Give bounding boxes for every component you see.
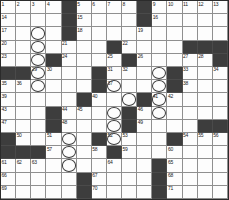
cell-r3c2[interactable] [16,27,31,40]
cell-number: 18 [77,27,82,33]
cell-r13c5[interactable] [62,159,77,172]
cell-r1c9[interactable]: 8 [122,1,137,14]
cell-r10c15 [213,120,228,133]
cell-r8c15[interactable] [213,93,228,106]
cell-r14c6 [77,173,92,186]
cell-number: 6 [92,1,94,7]
cell-number: 65 [168,159,173,165]
cell-r2c3[interactable] [31,14,46,27]
cell-r2c1[interactable]: 14 [1,14,16,27]
cell-number: 66 [2,172,7,178]
cell-r4c10[interactable] [137,41,152,54]
cell-r4c5[interactable]: 21 [62,41,77,54]
cell-r9c11[interactable] [152,107,167,120]
cell-r15c10[interactable] [137,186,152,199]
cell-r5c7[interactable] [92,54,107,67]
cell-number: 20 [2,40,7,46]
cell-r11c8[interactable]: 52 [107,133,122,146]
cell-number: 34 [213,66,218,72]
cell-number: 64 [107,159,112,165]
cell-r11c7 [92,133,107,146]
cell-r8c5[interactable] [62,93,77,106]
cell-r14c1[interactable]: 66 [1,173,16,186]
cell-number: 37 [107,80,112,86]
cell-r8c1[interactable]: 39 [1,93,16,106]
circle-marker [31,67,45,79]
cell-number: 42 [168,93,173,99]
cell-r13c6[interactable] [77,159,92,172]
cell-r14c3[interactable] [31,173,46,186]
cell-number: 67 [92,172,97,178]
cell-r1c6[interactable]: 5 [77,1,92,14]
cell-number: 32 [123,66,128,72]
cell-r13c2[interactable]: 62 [16,159,31,172]
cell-r11c2[interactable]: 50 [16,133,31,146]
cell-r4c9[interactable]: 22 [122,41,137,54]
cell-r12c15[interactable] [213,146,228,159]
cell-r7c11[interactable] [152,80,167,93]
cell-r15c5[interactable] [62,186,77,199]
circle-marker [152,80,166,92]
cell-number: 50 [17,132,22,138]
cell-r4c14 [198,41,213,54]
cell-r9c5[interactable]: 44 [62,107,77,120]
cell-r2c4[interactable] [46,14,61,27]
cell-r15c2[interactable] [16,186,31,199]
cell-number: 4 [47,1,49,7]
cell-r1c10 [137,1,152,14]
cell-r8c9[interactable] [122,93,137,106]
cell-r9c2[interactable] [16,107,31,120]
cell-r9c10[interactable]: 46 [137,107,152,120]
cell-r3c5 [62,27,77,40]
cell-r1c3[interactable]: 3 [31,1,46,14]
cell-number: 11 [183,1,188,7]
circle-marker [107,107,121,119]
cell-r12c5[interactable] [62,146,77,159]
cell-r2c2[interactable] [16,14,31,27]
cell-r15c15[interactable] [213,186,228,199]
cell-r15c7[interactable]: 70 [92,186,107,199]
cell-number: 46 [138,106,143,112]
cell-r7c10[interactable] [137,80,152,93]
cell-number: 5 [77,1,79,7]
cell-r15c4[interactable] [46,186,61,199]
cell-r2c11[interactable]: 16 [152,14,167,27]
cell-r14c12[interactable]: 68 [167,173,182,186]
cell-r15c11 [152,186,167,199]
cell-number: 54 [183,132,188,138]
cell-r11c4[interactable]: 51 [46,133,61,146]
cell-number: 48 [62,119,67,125]
circle-marker [152,67,166,79]
cell-r1c5 [62,1,77,14]
cell-r7c6[interactable] [77,80,92,93]
cell-r15c12[interactable]: 71 [167,186,182,199]
cell-r7c9[interactable] [122,80,137,93]
cell-r2c5 [62,14,77,27]
cell-number: 26 [138,53,143,59]
cell-r3c11[interactable] [152,27,167,40]
cell-r6c13[interactable]: 33 [183,67,198,80]
crossword-grid: 1234567891011121314151617181920212223242… [0,0,229,200]
cell-r14c13[interactable] [183,173,198,186]
cell-r6c4[interactable]: 30 [46,67,61,80]
cell-r2c12[interactable] [167,14,182,27]
cell-r5c10[interactable]: 26 [137,54,152,67]
cell-r12c8 [107,146,122,159]
cell-number: 12 [198,1,203,7]
cell-number: 53 [123,132,128,138]
circle-marker [107,120,121,132]
cell-r2c7[interactable] [92,14,107,27]
cell-r15c3[interactable] [31,186,46,199]
cell-number: 19 [138,27,143,33]
cell-r6c8[interactable]: 31 [107,67,122,80]
cell-r2c8[interactable] [107,14,122,27]
cell-r8c2[interactable] [16,93,31,106]
cell-r5c3[interactable] [31,54,46,67]
cell-r14c8[interactable] [107,173,122,186]
cell-r3c12[interactable] [167,27,182,40]
cell-r8c8[interactable] [107,93,122,106]
cell-r14c9[interactable] [122,173,137,186]
cell-r10c9 [122,120,137,133]
cell-r7c4[interactable] [46,80,61,93]
cell-r5c2[interactable] [16,54,31,67]
cell-number: 33 [183,66,188,72]
cell-number: 25 [107,53,112,59]
cell-r2c15[interactable] [213,14,228,27]
cell-r8c7[interactable]: 40 [92,93,107,106]
cell-r7c7 [92,80,107,93]
cell-r1c4[interactable]: 4 [46,1,61,14]
cell-r11c11[interactable] [152,133,167,146]
cell-r11c6[interactable] [77,133,92,146]
cell-r9c8[interactable] [107,107,122,120]
cell-number: 52 [107,132,112,138]
cell-number: 71 [168,185,173,191]
cell-r3c14[interactable] [198,27,213,40]
cell-number: 62 [17,159,22,165]
cell-r4c12[interactable] [167,41,182,54]
cell-r13c7[interactable] [92,159,107,172]
cell-r7c13[interactable]: 38 [183,80,198,93]
cell-r10c12[interactable] [167,120,182,133]
cell-r12c9[interactable]: 59 [122,146,137,159]
cell-r8c11[interactable]: 41 [152,93,167,106]
cell-r9c14[interactable] [198,107,213,120]
cell-r12c14[interactable] [198,146,213,159]
cell-r7c1[interactable]: 35 [1,80,16,93]
cell-r11c12 [167,133,182,146]
cell-r3c1[interactable]: 17 [1,27,16,40]
cell-r11c10[interactable] [137,133,152,146]
cell-r10c6[interactable] [77,120,92,133]
cell-number: 68 [168,172,173,178]
cell-r10c10[interactable]: 49 [137,120,152,133]
cell-r6c7 [92,67,107,80]
cell-number: 14 [2,14,7,20]
cell-number: 45 [77,106,82,112]
cell-r6c10[interactable] [137,67,152,80]
cell-r8c14[interactable] [198,93,213,106]
circle-marker [31,41,45,53]
cell-r8c10 [137,93,152,106]
cell-r8c12[interactable]: 42 [167,93,182,106]
cell-r10c4 [46,120,61,133]
cell-r4c3[interactable] [31,41,46,54]
cell-number: 69 [2,185,7,191]
cell-number: 49 [138,119,143,125]
circle-marker [107,133,121,145]
cell-r13c4[interactable] [46,159,61,172]
cell-r12c12[interactable]: 60 [167,146,182,159]
cell-r1c12[interactable]: 10 [167,1,182,14]
cell-r5c8[interactable]: 25 [107,54,122,67]
cell-r14c4[interactable] [46,173,61,186]
cell-number: 61 [2,159,7,165]
cell-number: 28 [198,53,203,59]
cell-r10c5[interactable]: 48 [62,120,77,133]
cell-number: 36 [17,80,22,86]
cell-r4c2[interactable] [16,41,31,54]
cell-r6c5[interactable] [62,67,77,80]
circle-marker [62,146,76,158]
cell-r9c7[interactable] [92,107,107,120]
cell-number: 23 [2,53,7,59]
cell-r12c6[interactable] [77,146,92,159]
cell-number: 39 [2,93,7,99]
cell-r7c14[interactable] [198,80,213,93]
cell-r4c6[interactable] [77,41,92,54]
cell-number: 17 [2,27,7,33]
cell-r10c7[interactable] [92,120,107,133]
cell-number: 27 [183,53,188,59]
cell-r15c1[interactable]: 69 [1,186,16,199]
cell-number: 70 [92,185,97,191]
cell-r5c15 [213,54,228,67]
cell-r6c6[interactable] [77,67,92,80]
cell-r5c13[interactable]: 27 [183,54,198,67]
cell-r15c13[interactable] [183,186,198,199]
cell-r6c1 [1,67,16,80]
cell-r5c4 [46,54,61,67]
cell-r6c11[interactable] [152,67,167,80]
cell-r4c1[interactable]: 20 [1,41,16,54]
cell-number: 9 [153,1,155,7]
circle-marker [152,93,166,105]
cell-number: 47 [2,119,7,125]
cell-r13c9[interactable] [122,159,137,172]
cell-number: 21 [62,40,67,46]
cell-r1c14[interactable]: 12 [198,1,213,14]
cell-r8c13[interactable] [183,93,198,106]
cell-r13c12[interactable]: 65 [167,159,182,172]
cell-number: 7 [107,1,109,7]
cell-r4c8 [107,41,122,54]
cell-r2c10 [137,14,152,27]
cell-r10c2[interactable] [16,120,31,133]
cell-r5c12[interactable] [167,54,182,67]
cell-r13c14[interactable] [198,159,213,172]
circle-marker [31,80,45,92]
cell-r8c6 [77,93,92,106]
cell-number: 16 [153,14,158,20]
cell-r1c2[interactable]: 2 [16,1,31,14]
cell-r3c13[interactable] [183,27,198,40]
cell-r13c8[interactable]: 64 [107,159,122,172]
cell-r3c3[interactable] [31,27,46,40]
cell-r6c14[interactable] [198,67,213,80]
cell-r5c11[interactable] [152,54,167,67]
cell-r11c9[interactable]: 53 [122,133,137,146]
cell-r2c14[interactable] [198,14,213,27]
cell-r14c2[interactable] [16,173,31,186]
cell-number: 22 [123,40,128,46]
cell-r12c7[interactable]: 58 [92,146,107,159]
cell-r1c13[interactable]: 11 [183,1,198,14]
cell-r11c14[interactable]: 55 [198,133,213,146]
cell-r2c6[interactable]: 15 [77,14,92,27]
cell-r13c15[interactable] [213,159,228,172]
cell-r7c2[interactable]: 36 [16,80,31,93]
cell-r8c3[interactable] [31,93,46,106]
cell-r4c11[interactable] [152,41,167,54]
cell-r12c1 [1,146,16,159]
cell-number: 29 [32,66,37,72]
cell-r6c9[interactable]: 32 [122,67,137,80]
cell-r9c1[interactable]: 43 [1,107,16,120]
cell-r9c6[interactable]: 45 [77,107,92,120]
cell-r4c7[interactable] [92,41,107,54]
cell-r3c7[interactable] [92,27,107,40]
cell-number: 38 [183,80,188,86]
cell-r9c3[interactable] [31,107,46,120]
cell-r10c11[interactable] [152,120,167,133]
cell-r4c4[interactable] [46,41,61,54]
cell-r1c8[interactable]: 7 [107,1,122,14]
cell-number: 57 [47,146,52,152]
cell-r9c9 [122,107,137,120]
cell-r10c14 [198,120,213,133]
circle-marker [62,159,76,171]
cell-r8c4[interactable] [46,93,61,106]
cell-r14c7[interactable]: 67 [92,173,107,186]
cell-number: 15 [77,14,82,20]
cell-r12c11[interactable] [152,146,167,159]
cell-number: 60 [168,146,173,152]
cell-r10c13[interactable] [183,120,198,133]
cell-r1c7[interactable]: 6 [92,1,107,14]
cell-r14c10[interactable] [137,173,152,186]
cell-number: 2 [17,1,19,7]
cell-r7c8[interactable]: 37 [107,80,122,93]
cell-r3c9[interactable] [122,27,137,40]
cell-r2c9[interactable] [122,14,137,27]
cell-number: 35 [2,80,7,86]
circle-marker [62,133,76,145]
cell-r3c4[interactable] [46,27,61,40]
cell-r15c14[interactable] [198,186,213,199]
cell-r11c15[interactable]: 56 [213,133,228,146]
cell-r1c11[interactable]: 9 [152,1,167,14]
circle-marker [107,80,121,92]
cell-r11c3[interactable] [31,133,46,146]
cell-r4c13 [183,41,198,54]
cell-r7c3[interactable] [31,80,46,93]
cell-r7c5[interactable] [62,80,77,93]
cell-r3c15[interactable] [213,27,228,40]
cell-r12c4[interactable]: 57 [46,146,61,159]
cell-number: 55 [198,132,203,138]
cell-number: 8 [123,1,125,7]
cell-r11c13[interactable]: 54 [183,133,198,146]
cell-r14c11 [152,173,167,186]
cell-r6c2 [16,67,31,80]
cell-r6c12 [167,67,182,80]
cell-number: 24 [62,53,67,59]
cell-number: 3 [32,1,34,7]
cell-r4c15 [213,41,228,54]
cell-r6c3[interactable]: 29 [31,67,46,80]
cell-number: 40 [92,93,97,99]
cell-r10c8[interactable] [107,120,122,133]
cell-r14c15[interactable] [213,173,228,186]
cell-r5c5[interactable]: 24 [62,54,77,67]
cell-r5c9 [122,54,137,67]
cell-r10c1[interactable]: 47 [1,120,16,133]
cell-r10c3[interactable] [31,120,46,133]
cell-r5c14[interactable]: 28 [198,54,213,67]
cell-r9c15[interactable] [213,107,228,120]
cell-r13c3[interactable]: 63 [31,159,46,172]
cell-r9c13[interactable] [183,107,198,120]
cell-r15c9[interactable] [122,186,137,199]
cell-r3c6[interactable]: 18 [77,27,92,40]
cell-r3c8[interactable] [107,27,122,40]
cell-r14c5[interactable] [62,173,77,186]
cell-r5c6[interactable] [77,54,92,67]
cell-r7c15[interactable] [213,80,228,93]
cell-r12c10[interactable] [137,146,152,159]
cell-r11c5[interactable] [62,133,77,146]
cell-r13c1[interactable]: 61 [1,159,16,172]
cell-r12c2 [16,146,31,159]
cell-number: 44 [62,106,67,112]
cell-r5c1[interactable]: 23 [1,54,16,67]
cell-r13c10[interactable] [137,159,152,172]
cell-number: 30 [47,66,52,72]
cell-number: 56 [213,132,218,138]
cell-r9c12[interactable] [167,107,182,120]
cell-r14c14[interactable] [198,173,213,186]
cell-r15c8[interactable] [107,186,122,199]
cell-r1c15[interactable]: 13 [213,1,228,14]
cell-r6c15[interactable]: 34 [213,67,228,80]
cell-number: 31 [107,66,112,72]
cell-number: 41 [153,93,158,99]
cell-r11c1 [1,133,16,146]
cell-number: 1 [2,1,4,7]
circle-marker [152,107,166,119]
cell-r13c13[interactable] [183,159,198,172]
cell-r12c13[interactable] [183,146,198,159]
cell-r1c1[interactable]: 1 [1,1,16,14]
cell-r2c13[interactable] [183,14,198,27]
cell-r12c3 [31,146,46,159]
cell-r3c10[interactable]: 19 [137,27,152,40]
